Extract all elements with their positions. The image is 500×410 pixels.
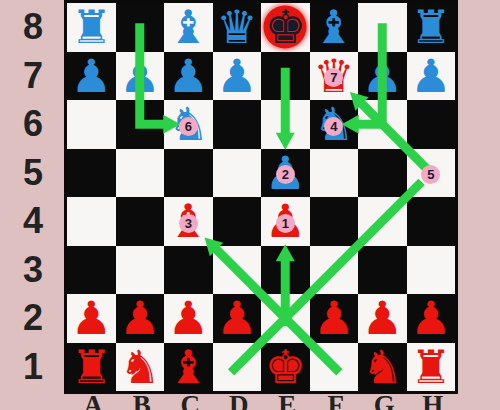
rank-label-8: 8: [12, 3, 54, 52]
square-a5[interactable]: [67, 149, 116, 198]
square-b3[interactable]: [116, 246, 165, 295]
rank-label-7: 7: [12, 52, 54, 101]
square-h7[interactable]: ♟: [407, 52, 456, 101]
square-h1[interactable]: ♜: [407, 343, 456, 392]
square-g8[interactable]: [358, 3, 407, 52]
piece-red-knight-g1[interactable]: ♞: [362, 344, 403, 390]
square-a4[interactable]: [67, 197, 116, 246]
piece-blue-knight-f6[interactable]: ♞: [313, 101, 354, 147]
square-b1[interactable]: ♞: [116, 343, 165, 392]
square-c1[interactable]: ♝: [164, 343, 213, 392]
square-d8[interactable]: ♛: [213, 3, 262, 52]
piece-blue-pawn-b7[interactable]: ♟: [119, 53, 160, 99]
rank-label-5: 5: [12, 149, 54, 198]
square-e7[interactable]: [261, 52, 310, 101]
square-e1[interactable]: ♚: [261, 343, 310, 392]
piece-red-rook-h1[interactable]: ♜: [410, 344, 451, 390]
piece-red-queen-f7[interactable]: ♛: [313, 53, 354, 99]
square-g4[interactable]: [358, 197, 407, 246]
square-a1[interactable]: ♜: [67, 343, 116, 392]
piece-blue-knight-c6[interactable]: ♞: [168, 101, 209, 147]
square-b4[interactable]: [116, 197, 165, 246]
piece-red-pawn-e4[interactable]: ♟: [265, 198, 306, 244]
piece-red-rook-a1[interactable]: ♜: [71, 344, 112, 390]
square-a6[interactable]: [67, 100, 116, 149]
square-b7[interactable]: ♟: [116, 52, 165, 101]
square-e6[interactable]: [261, 100, 310, 149]
piece-red-knight-b1[interactable]: ♞: [119, 344, 160, 390]
square-g5[interactable]: [358, 149, 407, 198]
square-b5[interactable]: [116, 149, 165, 198]
square-h5[interactable]: [407, 149, 456, 198]
square-b8[interactable]: [116, 3, 165, 52]
square-g3[interactable]: [358, 246, 407, 295]
square-c7[interactable]: ♟: [164, 52, 213, 101]
square-e2[interactable]: [261, 294, 310, 343]
piece-blue-pawn-g7[interactable]: ♟: [362, 53, 403, 99]
piece-blue-queen-d8[interactable]: ♛: [216, 4, 257, 50]
piece-blue-pawn-e5[interactable]: ♟: [265, 150, 306, 196]
square-a7[interactable]: ♟: [67, 52, 116, 101]
square-f5[interactable]: [310, 149, 359, 198]
square-g6[interactable]: [358, 100, 407, 149]
square-c2[interactable]: ♟: [164, 294, 213, 343]
rank-label-3: 3: [12, 246, 54, 295]
square-e5[interactable]: ♟: [261, 149, 310, 198]
piece-blue-pawn-c7[interactable]: ♟: [168, 53, 209, 99]
square-d7[interactable]: ♟: [213, 52, 262, 101]
piece-red-bishop-c1[interactable]: ♝: [168, 344, 209, 390]
square-g7[interactable]: ♟: [358, 52, 407, 101]
square-d3[interactable]: [213, 246, 262, 295]
square-d5[interactable]: [213, 149, 262, 198]
rank-label-6: 6: [12, 100, 54, 149]
chess-lesson-diagram: 87654321 ABCDEFGH ♜♝♛♚♝♜♟♟♟♟♛♟♟♞♞♟♝♟♟♟♟♟…: [0, 0, 500, 410]
square-f7[interactable]: ♛: [310, 52, 359, 101]
square-f3[interactable]: [310, 246, 359, 295]
piece-red-pawn-g2[interactable]: ♟: [362, 295, 403, 341]
square-c5[interactable]: [164, 149, 213, 198]
square-b2[interactable]: ♟: [116, 294, 165, 343]
square-a3[interactable]: [67, 246, 116, 295]
square-d2[interactable]: ♟: [213, 294, 262, 343]
square-e8[interactable]: ♚: [261, 3, 310, 52]
square-e3[interactable]: [261, 246, 310, 295]
square-c6[interactable]: ♞: [164, 100, 213, 149]
piece-red-bishop-c4[interactable]: ♝: [168, 198, 209, 244]
piece-red-pawn-b2[interactable]: ♟: [119, 295, 160, 341]
square-c4[interactable]: ♝: [164, 197, 213, 246]
piece-blue-pawn-d7[interactable]: ♟: [216, 53, 257, 99]
piece-red-king-e1[interactable]: ♚: [265, 344, 306, 390]
piece-blue-pawn-a7[interactable]: ♟: [71, 53, 112, 99]
square-c8[interactable]: ♝: [164, 3, 213, 52]
piece-red-pawn-c2[interactable]: ♟: [168, 295, 209, 341]
square-f8[interactable]: ♝: [310, 3, 359, 52]
square-a8[interactable]: ♜: [67, 3, 116, 52]
square-d6[interactable]: [213, 100, 262, 149]
piece-red-pawn-f2[interactable]: ♟: [313, 295, 354, 341]
square-b6[interactable]: [116, 100, 165, 149]
square-d4[interactable]: [213, 197, 262, 246]
square-h6[interactable]: [407, 100, 456, 149]
piece-red-pawn-a2[interactable]: ♟: [71, 295, 112, 341]
square-f1[interactable]: [310, 343, 359, 392]
rank-label-4: 4: [12, 197, 54, 246]
board-frame: ♜♝♛♚♝♜♟♟♟♟♛♟♟♞♞♟♝♟♟♟♟♟♟♟♟♜♞♝♚♞♜: [64, 0, 458, 394]
rank-label-1: 1: [12, 343, 54, 392]
square-h3[interactable]: [407, 246, 456, 295]
piece-blue-bishop-f8[interactable]: ♝: [313, 4, 354, 50]
piece-red-pawn-h2[interactable]: ♟: [410, 295, 451, 341]
square-a2[interactable]: ♟: [67, 294, 116, 343]
chess-board[interactable]: ♜♝♛♚♝♜♟♟♟♟♛♟♟♞♞♟♝♟♟♟♟♟♟♟♟♜♞♝♚♞♜: [67, 3, 455, 391]
piece-blue-rook-a8[interactable]: ♜: [71, 4, 112, 50]
square-f6[interactable]: ♞: [310, 100, 359, 149]
square-f4[interactable]: [310, 197, 359, 246]
square-h8[interactable]: ♜: [407, 3, 456, 52]
piece-blue-king-e8[interactable]: ♚: [265, 4, 306, 50]
piece-red-pawn-d2[interactable]: ♟: [216, 295, 257, 341]
square-g1[interactable]: ♞: [358, 343, 407, 392]
square-g2[interactable]: ♟: [358, 294, 407, 343]
square-e4[interactable]: ♟: [261, 197, 310, 246]
square-d1[interactable]: [213, 343, 262, 392]
piece-blue-rook-h8[interactable]: ♜: [410, 4, 451, 50]
piece-blue-pawn-h7[interactable]: ♟: [410, 53, 451, 99]
square-h4[interactable]: [407, 197, 456, 246]
square-h2[interactable]: ♟: [407, 294, 456, 343]
square-c3[interactable]: [164, 246, 213, 295]
piece-blue-bishop-c8[interactable]: ♝: [168, 4, 209, 50]
rank-label-2: 2: [12, 294, 54, 343]
square-f2[interactable]: ♟: [310, 294, 359, 343]
